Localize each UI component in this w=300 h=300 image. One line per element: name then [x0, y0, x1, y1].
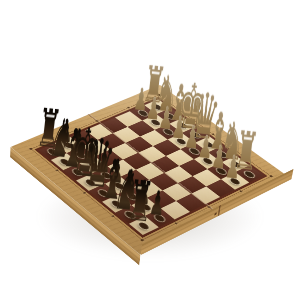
brass-pin: [240, 154, 243, 156]
clasp-pin: [214, 212, 217, 216]
brass-pin: [111, 215, 115, 217]
brass-pin: [95, 120, 98, 122]
brass-pin: [127, 107, 130, 109]
brass-pin: [29, 148, 32, 150]
brass-pin: [63, 134, 66, 136]
brass-pin: [83, 192, 86, 194]
brass-pin: [140, 239, 144, 241]
brass-pin: [270, 175, 273, 177]
brass-pin: [207, 206, 210, 208]
brass-pin: [157, 94, 160, 96]
brass-pin: [239, 190, 242, 192]
brass-pin: [56, 169, 59, 171]
fold-seam-side: [218, 205, 221, 216]
brass-pin: [184, 113, 187, 115]
product-photo: ♜♞♝♚♛♝♞♜♟♟♟♟♟♟♟♟♟♟♟♟♟♟♟♟♜♞♝♚♛♝♞♜: [0, 0, 300, 300]
brass-pin: [174, 222, 178, 224]
brass-pin: [211, 133, 214, 135]
